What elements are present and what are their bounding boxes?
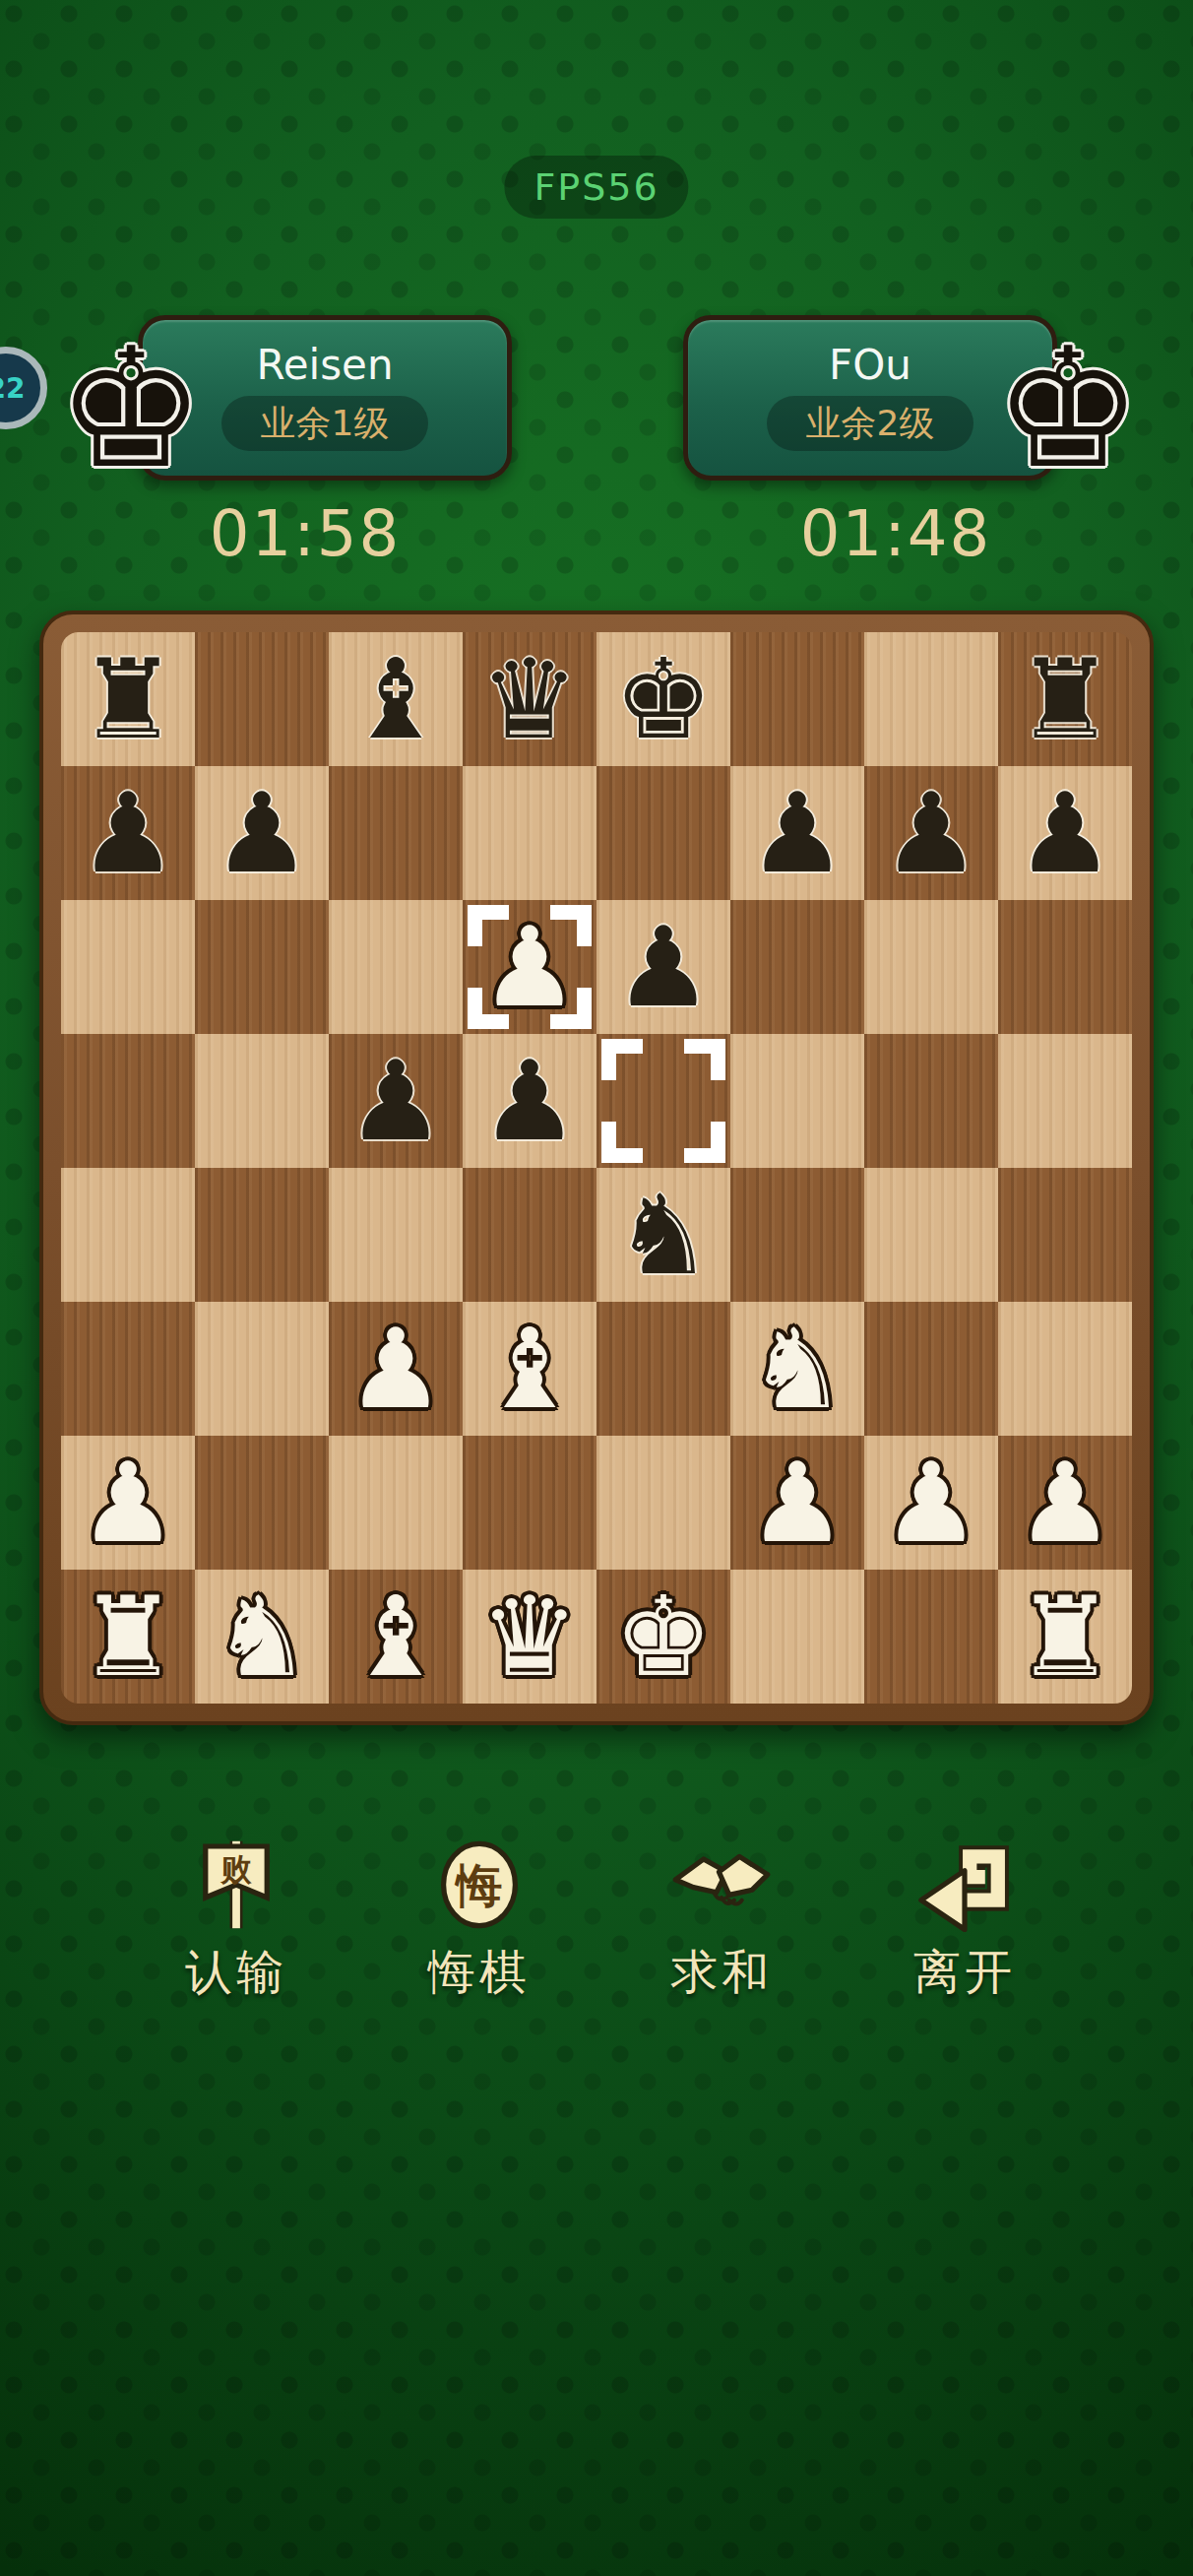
piece-black-pawn: ♟ <box>195 766 329 900</box>
square-f1[interactable] <box>730 1570 864 1704</box>
leave-button[interactable]: 离开 <box>876 1834 1053 1998</box>
square-e8[interactable]: ♚ <box>596 632 730 766</box>
resign-flag-icon: 败 <box>185 1834 287 1936</box>
square-b7[interactable]: ♟ <box>195 766 329 900</box>
undo-button[interactable]: 悔 悔棋 <box>391 1834 568 1998</box>
svg-text:败: 败 <box>220 1851 252 1887</box>
action-label: 求和 <box>670 1946 773 1998</box>
square-a1[interactable]: ♜ <box>61 1570 195 1704</box>
piece-black-pawn: ♟ <box>730 766 864 900</box>
square-c4[interactable] <box>329 1168 463 1302</box>
piece-white-bishop: ♝ <box>329 1570 463 1704</box>
square-e5[interactable] <box>596 1034 730 1168</box>
system-overlay-badge: 22 <box>0 347 47 429</box>
square-b3[interactable] <box>195 1302 329 1436</box>
piece-black-pawn: ♟ <box>596 900 730 1034</box>
piece-white-knight: ♞ <box>195 1570 329 1704</box>
square-g8[interactable] <box>864 632 998 766</box>
square-f3[interactable]: ♞ <box>730 1302 864 1436</box>
piece-white-pawn: ♟ <box>463 900 596 1034</box>
last-move-marker <box>601 1039 725 1163</box>
square-e2[interactable] <box>596 1436 730 1570</box>
action-label: 离开 <box>913 1946 1016 1998</box>
player-rank-badge: 业余2级 <box>767 396 974 451</box>
piece-white-knight: ♞ <box>730 1302 864 1436</box>
square-b5[interactable] <box>195 1034 329 1168</box>
square-b8[interactable] <box>195 632 329 766</box>
square-c1[interactable]: ♝ <box>329 1570 463 1704</box>
square-e1[interactable]: ♚ <box>596 1570 730 1704</box>
square-h3[interactable] <box>998 1302 1132 1436</box>
piece-black-pawn: ♟ <box>864 766 998 900</box>
player-rank-badge: 业余1级 <box>221 396 429 451</box>
fps-counter: FPS56 <box>504 156 688 219</box>
square-e3[interactable] <box>596 1302 730 1436</box>
square-d5[interactable]: ♟ <box>463 1034 596 1168</box>
piece-black-rook: ♜ <box>61 632 195 766</box>
piece-white-queen: ♛ <box>463 1570 596 1704</box>
square-h4[interactable] <box>998 1168 1132 1302</box>
player-clock-right: 01:48 <box>728 497 1063 570</box>
svg-text:悔: 悔 <box>454 1859 502 1912</box>
piece-white-bishop: ♝ <box>463 1302 596 1436</box>
player-name: Reisen <box>256 345 393 386</box>
square-b4[interactable] <box>195 1168 329 1302</box>
action-label: 认输 <box>185 1946 287 1998</box>
square-a7[interactable]: ♟ <box>61 766 195 900</box>
square-g1[interactable] <box>864 1570 998 1704</box>
square-h7[interactable]: ♟ <box>998 766 1132 900</box>
square-f4[interactable] <box>730 1168 864 1302</box>
piece-black-pawn: ♟ <box>61 766 195 900</box>
square-a2[interactable]: ♟ <box>61 1436 195 1570</box>
square-d7[interactable] <box>463 766 596 900</box>
square-c3[interactable]: ♟ <box>329 1302 463 1436</box>
leave-arrow-icon <box>913 1834 1016 1936</box>
square-e7[interactable] <box>596 766 730 900</box>
chess-board: ♜♝♛♚♜♟♟♟♟♟♟♟♟♟♞♟♝♞♟♟♟♟♜♞♝♛♚♜ <box>61 632 1132 1704</box>
piece-black-pawn: ♟ <box>463 1034 596 1168</box>
undo-disc-icon: 悔 <box>428 1834 531 1936</box>
square-d2[interactable] <box>463 1436 596 1570</box>
square-g4[interactable] <box>864 1168 998 1302</box>
piece-black-bishop: ♝ <box>329 632 463 766</box>
square-e4[interactable]: ♞ <box>596 1168 730 1302</box>
square-g5[interactable] <box>864 1034 998 1168</box>
square-h1[interactable]: ♜ <box>998 1570 1132 1704</box>
chess-board-frame: ♜♝♛♚♜♟♟♟♟♟♟♟♟♟♞♟♝♞♟♟♟♟♜♞♝♛♚♜ <box>39 611 1154 1725</box>
piece-white-king: ♚ <box>596 1570 730 1704</box>
square-e6[interactable]: ♟ <box>596 900 730 1034</box>
square-g3[interactable] <box>864 1302 998 1436</box>
piece-black-rook: ♜ <box>998 632 1132 766</box>
square-d3[interactable]: ♝ <box>463 1302 596 1436</box>
player-clock-left: 01:58 <box>138 497 472 570</box>
player-name: FOu <box>829 345 911 386</box>
piece-white-rook: ♜ <box>998 1570 1132 1704</box>
square-g7[interactable]: ♟ <box>864 766 998 900</box>
piece-white-pawn: ♟ <box>864 1436 998 1570</box>
square-c8[interactable]: ♝ <box>329 632 463 766</box>
piece-black-knight: ♞ <box>596 1168 730 1302</box>
black-king-icon: ♚ <box>984 325 1152 492</box>
piece-black-pawn: ♟ <box>998 766 1132 900</box>
piece-white-rook: ♜ <box>61 1570 195 1704</box>
action-bar: 败 认输 悔 悔棋 求和 <box>148 1834 1053 1998</box>
square-d4[interactable] <box>463 1168 596 1302</box>
square-f5[interactable] <box>730 1034 864 1168</box>
square-c7[interactable] <box>329 766 463 900</box>
piece-white-pawn: ♟ <box>730 1436 864 1570</box>
piece-white-pawn: ♟ <box>998 1436 1132 1570</box>
square-f7[interactable]: ♟ <box>730 766 864 900</box>
square-h5[interactable] <box>998 1034 1132 1168</box>
square-a5[interactable] <box>61 1034 195 1168</box>
piece-black-king: ♚ <box>596 632 730 766</box>
square-g2[interactable]: ♟ <box>864 1436 998 1570</box>
square-c2[interactable] <box>329 1436 463 1570</box>
resign-button[interactable]: 败 认输 <box>148 1834 325 1998</box>
square-f2[interactable]: ♟ <box>730 1436 864 1570</box>
handshake-icon <box>670 1834 773 1936</box>
square-a6[interactable] <box>61 900 195 1034</box>
square-b2[interactable] <box>195 1436 329 1570</box>
piece-black-pawn: ♟ <box>329 1034 463 1168</box>
square-a8[interactable]: ♜ <box>61 632 195 766</box>
last-move-marker <box>468 905 592 1029</box>
square-a3[interactable] <box>61 1302 195 1436</box>
square-a4[interactable] <box>61 1168 195 1302</box>
square-f6[interactable] <box>730 900 864 1034</box>
square-g6[interactable] <box>864 900 998 1034</box>
black-king-icon: ♚ <box>47 325 215 492</box>
square-c6[interactable] <box>329 900 463 1034</box>
square-h6[interactable] <box>998 900 1132 1034</box>
square-h2[interactable]: ♟ <box>998 1436 1132 1570</box>
piece-white-pawn: ♟ <box>61 1436 195 1570</box>
square-b1[interactable]: ♞ <box>195 1570 329 1704</box>
draw-offer-button[interactable]: 求和 <box>633 1834 810 1998</box>
square-d1[interactable]: ♛ <box>463 1570 596 1704</box>
square-f8[interactable] <box>730 632 864 766</box>
square-d6[interactable]: ♟ <box>463 900 596 1034</box>
piece-black-queen: ♛ <box>463 632 596 766</box>
square-d8[interactable]: ♛ <box>463 632 596 766</box>
square-c5[interactable]: ♟ <box>329 1034 463 1168</box>
action-label: 悔棋 <box>428 1946 531 1998</box>
square-h8[interactable]: ♜ <box>998 632 1132 766</box>
piece-white-pawn: ♟ <box>329 1302 463 1436</box>
square-b6[interactable] <box>195 900 329 1034</box>
